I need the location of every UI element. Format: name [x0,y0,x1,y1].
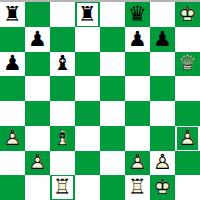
chess-board: ♜♜♛♚♔♟♟♟♟♝♛♕♟♙♝♗♟♙♟♙♟♙♟♙♜♖♜♖♚♔ [0,2,200,200]
square-c3[interactable]: ♝♗ [50,126,75,151]
white-pawn-outline: ♙ [0,126,25,151]
square-b7[interactable]: ♟ [25,27,50,52]
square-c1[interactable]: ♜♖ [50,175,75,200]
square-h5[interactable] [175,76,200,101]
square-f2[interactable]: ♟♙ [125,151,150,176]
square-d1[interactable] [75,175,100,200]
square-g4[interactable] [150,101,175,126]
square-g8[interactable] [150,2,175,27]
square-h8[interactable]: ♚♔ [175,2,200,27]
white-pawn-outline: ♙ [25,151,50,176]
square-f5[interactable] [125,76,150,101]
square-f6[interactable] [125,52,150,77]
white-pawn-outline: ♙ [150,151,175,176]
square-a8[interactable]: ♜ [0,2,25,27]
square-g2[interactable]: ♟♙ [150,151,175,176]
square-c2[interactable] [50,151,75,176]
square-g3[interactable] [150,126,175,151]
white-king-outline: ♔ [150,175,175,200]
square-d6[interactable] [75,52,100,77]
square-c5[interactable] [50,76,75,101]
chess-app-window: ♜♜♛♚♔♟♟♟♟♝♛♕♟♙♝♗♟♙♟♙♟♙♟♙♜♖♜♖♚♔ [0,0,200,200]
square-a6[interactable]: ♟ [0,52,25,77]
black-pawn: ♟ [25,27,50,52]
black-pawn: ♟ [0,52,25,77]
square-e2[interactable] [100,151,125,176]
square-f7[interactable]: ♟ [125,27,150,52]
square-b4[interactable] [25,101,50,126]
square-d5[interactable] [75,76,100,101]
white-rook-outline: ♖ [125,175,150,200]
square-f3[interactable] [125,126,150,151]
square-b2[interactable]: ♟♙ [25,151,50,176]
square-e7[interactable] [100,27,125,52]
square-h3[interactable]: ♟♙ [175,126,200,151]
square-c6[interactable]: ♝ [50,52,75,77]
square-d4[interactable] [75,101,100,126]
square-a2[interactable] [0,151,25,176]
square-a3[interactable]: ♟♙ [0,126,25,151]
white-rook-outline: ♖ [50,175,75,200]
black-king-outline: ♔ [175,2,200,27]
black-rook: ♜ [75,2,100,27]
white-pawn-outline: ♙ [175,126,200,151]
square-h6[interactable]: ♛♕ [175,52,200,77]
square-d8[interactable]: ♜ [75,2,100,27]
square-a1[interactable] [0,175,25,200]
square-d3[interactable] [75,126,100,151]
square-g5[interactable] [150,76,175,101]
square-b8[interactable] [25,2,50,27]
square-b3[interactable] [25,126,50,151]
black-pawn: ♟ [125,27,150,52]
square-g7[interactable]: ♟ [150,27,175,52]
square-e3[interactable] [100,126,125,151]
square-a7[interactable] [0,27,25,52]
square-g6[interactable] [150,52,175,77]
square-f4[interactable] [125,101,150,126]
square-e1[interactable] [100,175,125,200]
black-bishop: ♝ [50,52,75,77]
square-e8[interactable] [100,2,125,27]
square-e6[interactable] [100,52,125,77]
square-f8[interactable]: ♛ [125,2,150,27]
white-queen-outline: ♕ [175,52,200,77]
black-queen: ♛ [125,2,150,27]
square-h1[interactable] [175,175,200,200]
square-b6[interactable] [25,52,50,77]
white-pawn-outline: ♙ [125,151,150,176]
black-rook: ♜ [0,2,25,27]
square-c7[interactable] [50,27,75,52]
square-h7[interactable] [175,27,200,52]
square-b1[interactable] [25,175,50,200]
square-c8[interactable] [50,2,75,27]
square-f1[interactable]: ♜♖ [125,175,150,200]
square-b5[interactable] [25,76,50,101]
white-bishop-outline: ♗ [50,126,75,151]
square-h2[interactable] [175,151,200,176]
square-h4[interactable] [175,101,200,126]
black-pawn: ♟ [150,27,175,52]
square-c4[interactable] [50,101,75,126]
square-d7[interactable] [75,27,100,52]
square-e5[interactable] [100,76,125,101]
square-a5[interactable] [0,76,25,101]
square-d2[interactable] [75,151,100,176]
square-a4[interactable] [0,101,25,126]
square-g1[interactable]: ♚♔ [150,175,175,200]
square-e4[interactable] [100,101,125,126]
